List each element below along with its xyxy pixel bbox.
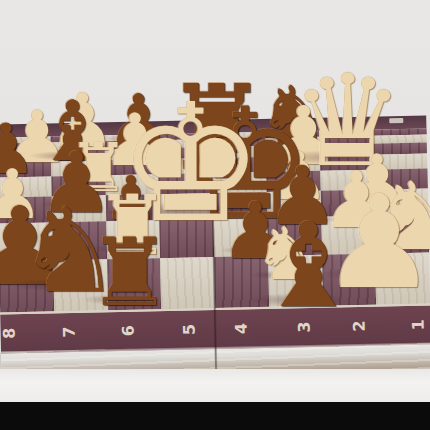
piece-black-pawn: ♟ — [114, 93, 163, 140]
piece-shadow — [267, 190, 318, 197]
piece-black-pawn: ♟ — [110, 174, 152, 214]
piece-shadow — [218, 246, 278, 254]
piece-shadow — [247, 271, 311, 280]
piece-shadow — [48, 135, 104, 143]
piece-shadow — [277, 149, 390, 165]
piece-shadow — [159, 200, 297, 219]
piece-black-knight: ♞ — [261, 79, 326, 141]
piece-white-pawn: ♟ — [57, 92, 108, 141]
piece-shadow — [88, 244, 159, 254]
piece-white-pawn: ♟ — [0, 168, 36, 213]
piece-black-pawn: ♟ — [228, 200, 283, 252]
piece-shadow — [268, 186, 314, 192]
piece-shadow — [63, 182, 120, 190]
piece-black-pawn: ♟ — [276, 150, 318, 190]
piece-white-queen: ♛ — [296, 63, 399, 161]
piece-shadow — [105, 134, 159, 142]
piece-shadow — [319, 215, 379, 223]
piece-shadow — [343, 195, 398, 203]
piece-white-pawn: ♟ — [352, 153, 402, 201]
piece-white-pawn: ♟ — [12, 109, 62, 157]
piece-black-bishop: ♝ — [261, 213, 356, 303]
piece-white-rook: ♜ — [100, 189, 165, 251]
piece-shadow — [6, 278, 109, 292]
piece-black-rook: ♜ — [171, 76, 263, 164]
piece-shadow — [264, 212, 326, 221]
piece-shadow — [80, 294, 161, 305]
piece-shadow — [3, 151, 58, 159]
piece-black-pawn: ♟ — [0, 205, 58, 277]
piece-black-knight: ♞ — [22, 198, 117, 288]
piece-shadow — [245, 293, 348, 307]
piece-shadow — [0, 163, 26, 170]
piece-shadow — [37, 200, 101, 209]
piece-black-rook: ♜ — [93, 232, 167, 302]
piece-shadow — [27, 151, 101, 161]
piece-white-knight: ♞ — [376, 175, 430, 247]
piece-white-king: ♚ — [124, 89, 257, 216]
piece-white-pawn: ♟ — [329, 169, 384, 221]
piece-shadow — [265, 152, 327, 161]
piece-shadow — [100, 202, 246, 222]
piece-shadow — [318, 267, 417, 281]
scene: 87654321 ♟♟♞♟♝♟♟♛♜♟♜♟♟♟♟♟♚♟♚♟♟♞♜♟♟♞♟♞♜♝ — [0, 0, 430, 430]
piece-shadow — [363, 238, 430, 250]
piece-shadow — [0, 208, 32, 215]
piece-shadow — [101, 154, 156, 162]
piece-white-pawn: ♟ — [110, 112, 160, 160]
piece-black-king: ♚ — [182, 94, 308, 214]
piece-shadow — [102, 210, 148, 216]
pieces-layer: ♟♟♞♟♝♟♟♛♜♟♜♟♟♟♟♟♚♟♚♟♟♞♜♟♟♞♟♞♜♝ — [0, 0, 430, 430]
piece-white-pawn: ♟ — [275, 104, 332, 158]
piece-black-pawn: ♟ — [47, 150, 106, 206]
piece-white-pawn: ♟ — [276, 151, 322, 195]
piece-black-bishop: ♝ — [39, 94, 106, 158]
piece-white-knight: ♞ — [257, 221, 316, 277]
piece-black-pawn: ♟ — [0, 122, 30, 168]
piece-black-pawn: ♟ — [274, 164, 331, 218]
piece-shadow — [154, 154, 255, 168]
piece-shadow — [249, 134, 320, 144]
piece-shadow — [0, 268, 52, 280]
piece-white-rook: ♜ — [72, 138, 125, 188]
piece-white-pawn: ♟ — [334, 191, 424, 277]
